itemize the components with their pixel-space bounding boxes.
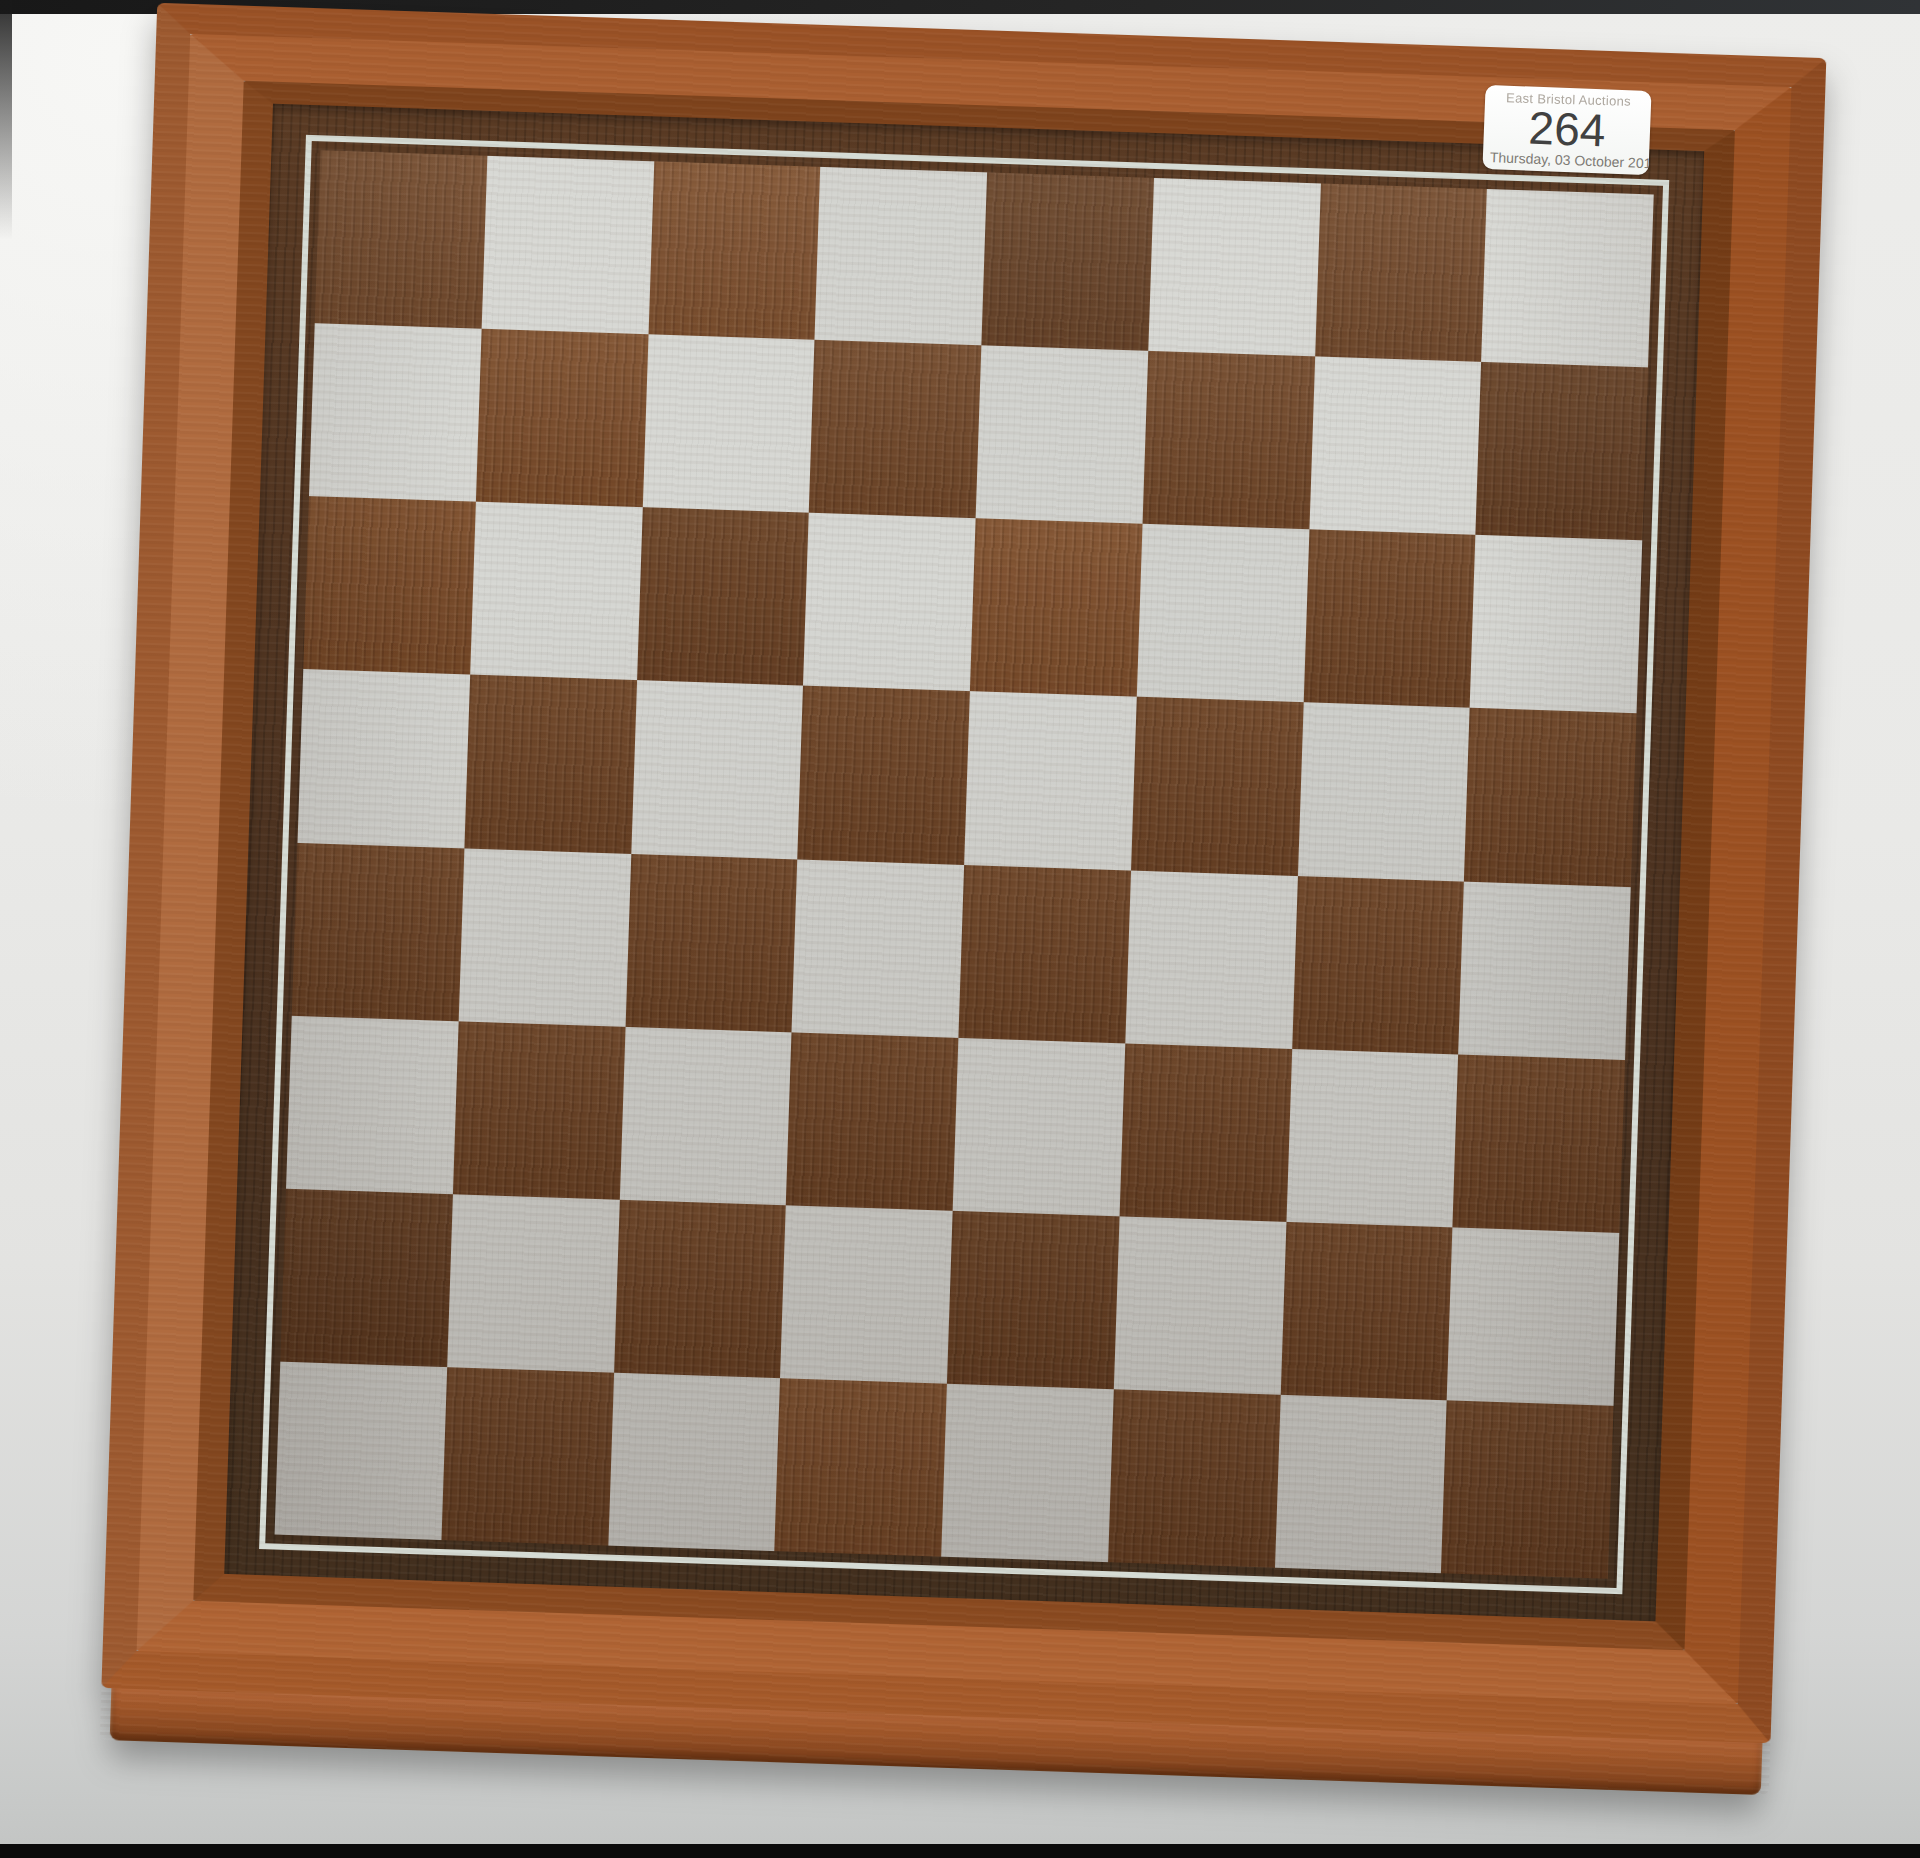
square-e3	[953, 1038, 1125, 1217]
square-f1	[1108, 1389, 1280, 1568]
square-b2	[447, 1194, 619, 1373]
square-b4	[458, 848, 630, 1027]
square-b8	[481, 156, 653, 335]
auction-house-text: East Bristol Auctions	[1506, 90, 1631, 108]
square-d7	[809, 340, 981, 519]
square-h8	[1481, 189, 1653, 368]
square-c2	[614, 1200, 786, 1379]
lot-number: 264	[1528, 105, 1606, 153]
square-h1	[1441, 1400, 1613, 1579]
square-e6	[970, 518, 1142, 697]
square-g7	[1309, 356, 1481, 535]
square-d8	[815, 167, 987, 346]
square-f5	[1131, 697, 1303, 876]
square-g8	[1315, 183, 1487, 362]
frame-outer-bevel	[101, 3, 1826, 1743]
square-g2	[1280, 1222, 1452, 1401]
square-h4	[1458, 881, 1630, 1060]
square-f2	[1114, 1216, 1286, 1395]
square-b3	[453, 1021, 625, 1200]
square-f4	[1125, 870, 1297, 1049]
square-e1	[941, 1384, 1113, 1563]
square-h5	[1464, 708, 1636, 887]
square-d5	[797, 686, 969, 865]
square-c8	[648, 161, 820, 340]
square-e7	[976, 345, 1148, 524]
photo-edge-bottom	[0, 1844, 1920, 1858]
square-d3	[786, 1032, 958, 1211]
square-c1	[608, 1373, 780, 1552]
square-h6	[1470, 535, 1642, 714]
square-f3	[1119, 1043, 1291, 1222]
square-a8	[315, 150, 487, 329]
square-g6	[1303, 530, 1475, 709]
auction-date: Thursday, 03 October 2019	[1483, 149, 1652, 172]
square-g4	[1292, 876, 1464, 1055]
square-a5	[298, 669, 470, 848]
square-d4	[792, 859, 964, 1038]
boundary-line	[259, 135, 1669, 1594]
square-c6	[637, 507, 809, 686]
frame-inner-cove	[193, 81, 1735, 1651]
square-f7	[1142, 351, 1314, 530]
square-a6	[303, 496, 475, 675]
square-g5	[1297, 703, 1469, 882]
square-h3	[1453, 1054, 1625, 1233]
auction-label: East Bristol Auctions 264 Thursday, 03 O…	[1482, 85, 1651, 175]
square-e5	[964, 691, 1136, 870]
square-e4	[958, 865, 1130, 1044]
board-grid	[275, 150, 1654, 1578]
square-h2	[1447, 1227, 1619, 1406]
square-f8	[1148, 178, 1320, 357]
square-f6	[1137, 524, 1309, 703]
square-e2	[947, 1211, 1119, 1390]
square-d2	[780, 1205, 952, 1384]
square-g1	[1275, 1395, 1447, 1574]
photo-edge-left	[0, 0, 12, 240]
square-a7	[309, 323, 481, 502]
square-a2	[280, 1188, 452, 1367]
square-h7	[1476, 362, 1648, 541]
chessboard	[100, 3, 1827, 1795]
square-a1	[275, 1361, 447, 1540]
square-c7	[642, 334, 814, 513]
square-c5	[631, 680, 803, 859]
square-b5	[464, 675, 636, 854]
square-b1	[441, 1367, 613, 1546]
photo-scene: East Bristol Auctions 264 Thursday, 03 O…	[0, 0, 1920, 1858]
square-d1	[775, 1378, 947, 1557]
square-b7	[476, 329, 648, 508]
square-e8	[981, 172, 1153, 351]
frame-face	[137, 34, 1792, 1704]
square-c4	[625, 853, 797, 1032]
square-d6	[803, 513, 975, 692]
square-g3	[1286, 1049, 1458, 1228]
board-margin	[224, 104, 1704, 1622]
square-b6	[470, 502, 642, 681]
square-a4	[292, 842, 464, 1021]
square-a3	[286, 1015, 458, 1194]
square-c3	[619, 1026, 791, 1205]
